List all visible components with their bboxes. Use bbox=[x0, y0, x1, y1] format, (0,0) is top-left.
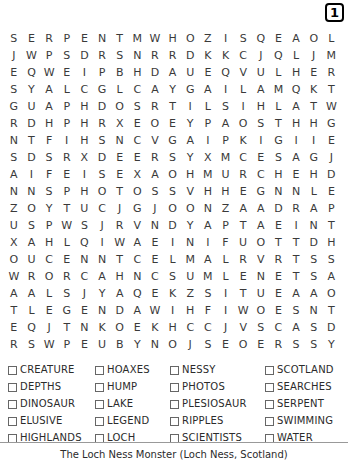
grid-cell-r19-c7: B bbox=[111, 336, 129, 353]
grid-cell-r5-c16: L bbox=[270, 98, 288, 115]
grid-cell-r7-c8: C bbox=[128, 132, 146, 149]
grid-cell-r4-c19: T bbox=[323, 81, 341, 98]
grid-cell-r8-c14: C bbox=[234, 149, 252, 166]
grid-cell-r2-c10: R bbox=[164, 47, 182, 64]
word-item: SWIMMING bbox=[265, 412, 348, 429]
grid-cell-r6-c12: P bbox=[199, 115, 217, 132]
grid-cell-r19-c14: O bbox=[234, 336, 252, 353]
grid-cell-r19-c8: Y bbox=[128, 336, 146, 353]
grid-cell-r17-c11: H bbox=[181, 302, 199, 319]
grid-cell-r13-c13: F bbox=[217, 234, 235, 251]
grid-cell-r9-c4: E bbox=[58, 166, 76, 183]
grid-cell-r14-c10: L bbox=[164, 251, 182, 268]
word-item: LOCH bbox=[95, 429, 170, 446]
grid-cell-r16-c18: A bbox=[305, 285, 323, 302]
word-checkbox[interactable] bbox=[95, 417, 104, 426]
grid-cell-r12-c18: N bbox=[305, 217, 323, 234]
grid-cell-r5-c14: I bbox=[234, 98, 252, 115]
word-checkbox[interactable] bbox=[95, 383, 104, 392]
grid-cell-r1-c1: S bbox=[5, 30, 23, 47]
grid-cell-r19-c1: R bbox=[5, 336, 23, 353]
grid-cell-r12-c5: S bbox=[76, 217, 94, 234]
grid-cell-r8-c19: J bbox=[323, 149, 341, 166]
word-label: PLESIOSAUR bbox=[182, 398, 247, 409]
grid-cell-r5-c18: T bbox=[305, 98, 323, 115]
word-item: SCIENTISTS bbox=[170, 429, 265, 446]
grid-cell-r15-c17: T bbox=[287, 268, 305, 285]
grid-cell-r19-c4: P bbox=[58, 336, 76, 353]
word-checkbox[interactable] bbox=[95, 400, 104, 409]
grid-cell-r14-c17: T bbox=[287, 251, 305, 268]
separator-line bbox=[0, 442, 348, 443]
grid-cell-r13-c17: T bbox=[287, 234, 305, 251]
grid-cell-r11-c6: C bbox=[93, 200, 111, 217]
grid-cell-r7-c18: I bbox=[305, 132, 323, 149]
grid-cell-r12-c3: P bbox=[40, 217, 58, 234]
grid-cell-r12-c15: A bbox=[252, 217, 270, 234]
word-item: ELUSIVE bbox=[8, 412, 95, 429]
grid-cell-r9-c7: E bbox=[111, 166, 129, 183]
grid-cell-r12-c10: D bbox=[164, 217, 182, 234]
grid-cell-r6-c4: P bbox=[58, 115, 76, 132]
grid-cell-r17-c17: S bbox=[287, 302, 305, 319]
grid-cell-r13-c5: Q bbox=[76, 234, 94, 251]
word-checkbox[interactable] bbox=[265, 400, 274, 409]
grid-cell-r12-c9: N bbox=[146, 217, 164, 234]
grid-cell-r19-c6: U bbox=[93, 336, 111, 353]
grid-cell-r10-c15: G bbox=[252, 183, 270, 200]
grid-cell-r6-c1: R bbox=[5, 115, 23, 132]
grid-cell-r3-c6: P bbox=[93, 64, 111, 81]
grid-cell-r16-c16: E bbox=[270, 285, 288, 302]
grid-cell-r5-c12: L bbox=[199, 98, 217, 115]
grid-cell-r18-c15: S bbox=[252, 319, 270, 336]
word-checkbox[interactable] bbox=[8, 400, 17, 409]
grid-cell-r1-c11: O bbox=[181, 30, 199, 47]
grid-cell-r16-c19: O bbox=[323, 285, 341, 302]
grid-cell-r11-c3: Y bbox=[40, 200, 58, 217]
grid-cell-r13-c12: I bbox=[199, 234, 217, 251]
grid-cell-r8-c18: G bbox=[305, 149, 323, 166]
grid-cell-r7-c6: S bbox=[93, 132, 111, 149]
grid-cell-r2-c9: R bbox=[146, 47, 164, 64]
grid-cell-r14-c6: N bbox=[93, 251, 111, 268]
grid-cell-r13-c7: W bbox=[111, 234, 129, 251]
grid-cell-r12-c7: R bbox=[111, 217, 129, 234]
puzzle-title: The Loch Ness Monster (Loch Ness, Scotla… bbox=[0, 449, 348, 460]
word-checkbox[interactable] bbox=[8, 417, 17, 426]
grid-cell-r19-c11: J bbox=[181, 336, 199, 353]
word-checkbox[interactable] bbox=[170, 383, 179, 392]
word-column: HOAXESHUMPLAKELEGENDLOCH bbox=[95, 361, 170, 446]
grid-cell-r12-c13: P bbox=[217, 217, 235, 234]
grid-cell-r16-c13: I bbox=[217, 285, 235, 302]
grid-cell-r1-c9: W bbox=[146, 30, 164, 47]
grid-cell-r13-c6: I bbox=[93, 234, 111, 251]
grid-cell-r19-c13: E bbox=[217, 336, 235, 353]
grid-cell-r2-c11: D bbox=[181, 47, 199, 64]
grid-cell-r15-c3: O bbox=[40, 268, 58, 285]
grid-cell-r4-c9: A bbox=[146, 81, 164, 98]
grid-cell-r7-c2: T bbox=[23, 132, 41, 149]
grid-cell-r8-c1: S bbox=[5, 149, 23, 166]
word-item: LAKE bbox=[95, 395, 170, 412]
grid-cell-r8-c10: S bbox=[164, 149, 182, 166]
grid-cell-r15-c15: N bbox=[252, 268, 270, 285]
grid-cell-r2-c8: N bbox=[128, 47, 146, 64]
grid-cell-r10-c2: N bbox=[23, 183, 41, 200]
grid-cell-r18-c8: E bbox=[128, 319, 146, 336]
grid-cell-r1-c10: H bbox=[164, 30, 182, 47]
grid-cell-r6-c13: A bbox=[217, 115, 235, 132]
word-label: DINOSAUR bbox=[20, 398, 75, 409]
grid-cell-r3-c5: I bbox=[76, 64, 94, 81]
word-checkbox[interactable] bbox=[8, 366, 17, 375]
grid-cell-r16-c6: Y bbox=[93, 285, 111, 302]
grid-cell-r1-c16: E bbox=[270, 30, 288, 47]
grid-cell-r9-c18: H bbox=[305, 166, 323, 183]
grid-cell-r15-c2: R bbox=[23, 268, 41, 285]
grid-cell-r7-c9: V bbox=[146, 132, 164, 149]
grid-cell-r5-c5: H bbox=[76, 98, 94, 115]
grid-cell-r9-c19: D bbox=[323, 166, 341, 183]
grid-cell-r13-c8: A bbox=[128, 234, 146, 251]
grid-cell-r13-c18: D bbox=[305, 234, 323, 251]
grid-cell-r19-c10: O bbox=[164, 336, 182, 353]
grid-cell-r13-c2: A bbox=[23, 234, 41, 251]
grid-cell-r6-c19: G bbox=[323, 115, 341, 132]
grid-cell-r18-c3: J bbox=[40, 319, 58, 336]
grid-cell-r4-c11: G bbox=[181, 81, 199, 98]
grid-cell-r19-c17: S bbox=[287, 336, 305, 353]
grid-cell-r1-c4: P bbox=[58, 30, 76, 47]
grid-cell-r18-c16: C bbox=[270, 319, 288, 336]
grid-cell-r14-c9: E bbox=[146, 251, 164, 268]
grid-cell-r17-c15: O bbox=[252, 302, 270, 319]
grid-cell-r14-c19: S bbox=[323, 251, 341, 268]
grid-cell-r18-c18: S bbox=[305, 319, 323, 336]
grid-cell-r12-c6: J bbox=[93, 217, 111, 234]
grid-cell-r17-c16: E bbox=[270, 302, 288, 319]
grid-cell-r10-c8: O bbox=[128, 183, 146, 200]
grid-cell-r17-c18: N bbox=[305, 302, 323, 319]
grid-cell-r4-c18: K bbox=[305, 81, 323, 98]
grid-cell-r14-c7: T bbox=[111, 251, 129, 268]
grid-cell-r8-c17: A bbox=[287, 149, 305, 166]
grid-cell-r4-c14: L bbox=[234, 81, 252, 98]
grid-cell-r17-c13: I bbox=[217, 302, 235, 319]
grid-cell-r11-c14: A bbox=[234, 200, 252, 217]
grid-cell-r10-c1: N bbox=[5, 183, 23, 200]
word-item: SERPENT bbox=[265, 395, 348, 412]
grid-cell-r7-c12: I bbox=[199, 132, 217, 149]
grid-cell-r3-c14: V bbox=[234, 64, 252, 81]
grid-cell-r18-c6: K bbox=[93, 319, 111, 336]
grid-cell-r7-c14: K bbox=[234, 132, 252, 149]
grid-cell-r19-c2: S bbox=[23, 336, 41, 353]
grid-cell-r6-c16: T bbox=[270, 115, 288, 132]
grid-cell-r2-c6: R bbox=[93, 47, 111, 64]
grid-cell-r17-c10: I bbox=[164, 302, 182, 319]
grid-cell-r5-c2: U bbox=[23, 98, 41, 115]
word-label: RIPPLES bbox=[182, 415, 224, 426]
word-label: DEPTHS bbox=[20, 381, 61, 392]
grid-cell-r2-c5: D bbox=[76, 47, 94, 64]
grid-cell-r16-c15: U bbox=[252, 285, 270, 302]
grid-cell-r13-c14: U bbox=[234, 234, 252, 251]
grid-cell-r2-c13: K bbox=[217, 47, 235, 64]
grid-cell-r13-c3: H bbox=[40, 234, 58, 251]
word-item: DEPTHS bbox=[8, 378, 95, 395]
grid-cell-r8-c2: D bbox=[23, 149, 41, 166]
grid-cell-r15-c19: A bbox=[323, 268, 341, 285]
grid-cell-r17-c8: A bbox=[128, 302, 146, 319]
grid-cell-r3-c7: B bbox=[111, 64, 129, 81]
grid-cell-r17-c5: E bbox=[76, 302, 94, 319]
grid-cell-r16-c17: A bbox=[287, 285, 305, 302]
grid-cell-r6-c10: E bbox=[164, 115, 182, 132]
grid-cell-r4-c17: Q bbox=[287, 81, 305, 98]
grid-cell-r15-c13: L bbox=[217, 268, 235, 285]
grid-cell-r15-c5: C bbox=[76, 268, 94, 285]
word-item: RIPPLES bbox=[170, 412, 265, 429]
grid-cell-r5-c19: W bbox=[323, 98, 341, 115]
grid-cell-r12-c14: T bbox=[234, 217, 252, 234]
word-checkbox[interactable] bbox=[170, 366, 179, 375]
grid-cell-r19-c15: E bbox=[252, 336, 270, 353]
word-item: HUMP bbox=[95, 378, 170, 395]
grid-cell-r19-c12: S bbox=[199, 336, 217, 353]
grid-cell-r3-c11: U bbox=[181, 64, 199, 81]
grid-cell-r18-c5: N bbox=[76, 319, 94, 336]
grid-cell-r10-c4: P bbox=[58, 183, 76, 200]
grid-cell-r6-c3: H bbox=[40, 115, 58, 132]
grid-cell-r7-c19: E bbox=[323, 132, 341, 149]
grid-cell-r7-c17: I bbox=[287, 132, 305, 149]
word-item: PLESIOSAUR bbox=[170, 395, 265, 412]
grid-cell-r17-c19: T bbox=[323, 302, 341, 319]
grid-cell-r4-c6: G bbox=[93, 81, 111, 98]
grid-cell-r13-c16: T bbox=[270, 234, 288, 251]
grid-cell-r12-c17: I bbox=[287, 217, 305, 234]
grid-cell-r6-c7: X bbox=[111, 115, 129, 132]
grid-cell-r2-c7: S bbox=[111, 47, 129, 64]
grid-cell-r7-c10: G bbox=[164, 132, 182, 149]
grid-cell-r13-c9: E bbox=[146, 234, 164, 251]
grid-cell-r1-c7: T bbox=[111, 30, 129, 47]
grid-cell-r3-c2: Q bbox=[23, 64, 41, 81]
word-checkbox[interactable] bbox=[8, 383, 17, 392]
grid-cell-r16-c9: E bbox=[146, 285, 164, 302]
grid-cell-r4-c8: C bbox=[128, 81, 146, 98]
grid-cell-r8-c5: X bbox=[76, 149, 94, 166]
grid-cell-r18-c11: C bbox=[181, 319, 199, 336]
grid-cell-r8-c11: Y bbox=[181, 149, 199, 166]
grid-cell-r16-c2: A bbox=[23, 285, 41, 302]
grid-cell-r6-c11: Y bbox=[181, 115, 199, 132]
grid-cell-r12-c19: T bbox=[323, 217, 341, 234]
grid-cell-r10-c13: H bbox=[217, 183, 235, 200]
grid-cell-r2-c16: Q bbox=[270, 47, 288, 64]
grid-cell-r11-c7: J bbox=[111, 200, 129, 217]
grid-cell-r9-c3: F bbox=[40, 166, 58, 183]
grid-cell-r8-c16: S bbox=[270, 149, 288, 166]
word-item: SEARCHES bbox=[265, 378, 348, 395]
grid-cell-r12-c8: V bbox=[128, 217, 146, 234]
grid-cell-r19-c9: N bbox=[146, 336, 164, 353]
grid-cell-r8-c7: E bbox=[111, 149, 129, 166]
grid-cell-r12-c1: U bbox=[5, 217, 23, 234]
grid-cell-r8-c6: D bbox=[93, 149, 111, 166]
word-item: CREATURE bbox=[8, 361, 95, 378]
grid-cell-r5-c13: S bbox=[217, 98, 235, 115]
grid-cell-r3-c9: D bbox=[146, 64, 164, 81]
grid-cell-r2-c12: K bbox=[199, 47, 217, 64]
grid-cell-r17-c14: W bbox=[234, 302, 252, 319]
grid-cell-r11-c19: P bbox=[323, 200, 341, 217]
grid-cell-r10-c7: T bbox=[111, 183, 129, 200]
grid-cell-r2-c1: J bbox=[5, 47, 23, 64]
word-checkbox[interactable] bbox=[95, 366, 104, 375]
grid-cell-r15-c10: S bbox=[164, 268, 182, 285]
grid-cell-r6-c18: H bbox=[305, 115, 323, 132]
grid-cell-r2-c4: S bbox=[58, 47, 76, 64]
grid-cell-r14-c16: R bbox=[270, 251, 288, 268]
grid-cell-r8-c12: X bbox=[199, 149, 217, 166]
grid-cell-r8-c3: S bbox=[40, 149, 58, 166]
grid-cell-r12-c11: Y bbox=[181, 217, 199, 234]
grid-cell-r4-c15: A bbox=[252, 81, 270, 98]
grid-cell-r7-c5: H bbox=[76, 132, 94, 149]
grid-cell-r2-c2: W bbox=[23, 47, 41, 64]
grid-cell-r18-c1: E bbox=[5, 319, 23, 336]
word-label: PHOTOS bbox=[182, 381, 225, 392]
grid-cell-r4-c13: I bbox=[217, 81, 235, 98]
grid-cell-r17-c9: W bbox=[146, 302, 164, 319]
grid-cell-r17-c12: F bbox=[199, 302, 217, 319]
grid-cell-r3-c13: Q bbox=[217, 64, 235, 81]
word-label: HUMP bbox=[107, 381, 137, 392]
grid-cell-r1-c5: E bbox=[76, 30, 94, 47]
word-checkbox[interactable] bbox=[265, 417, 274, 426]
word-checkbox[interactable] bbox=[170, 417, 179, 426]
grid-cell-r15-c14: E bbox=[234, 268, 252, 285]
grid-cell-r10-c5: H bbox=[76, 183, 94, 200]
grid-cell-r1-c18: O bbox=[305, 30, 323, 47]
grid-cell-r15-c4: R bbox=[58, 268, 76, 285]
word-column: NESSYPHOTOSPLESIOSAURRIPPLESSCIENTISTS bbox=[170, 361, 265, 446]
grid-cell-r17-c6: N bbox=[93, 302, 111, 319]
grid-cell-r16-c12: S bbox=[199, 285, 217, 302]
grid-cell-r1-c6: N bbox=[93, 30, 111, 47]
grid-cell-r18-c4: T bbox=[58, 319, 76, 336]
word-label: SWIMMING bbox=[277, 415, 333, 426]
grid-cell-r11-c16: D bbox=[270, 200, 288, 217]
grid-cell-r9-c6: S bbox=[93, 166, 111, 183]
grid-cell-r13-c19: H bbox=[323, 234, 341, 251]
grid-cell-r9-c12: M bbox=[199, 166, 217, 183]
grid-cell-r3-c1: E bbox=[5, 64, 23, 81]
grid-cell-r15-c16: E bbox=[270, 268, 288, 285]
grid-cell-r16-c3: L bbox=[40, 285, 58, 302]
grid-cell-r11-c4: T bbox=[58, 200, 76, 217]
grid-cell-r9-c10: O bbox=[164, 166, 182, 183]
grid-cell-r8-c4: R bbox=[58, 149, 76, 166]
grid-cell-r9-c13: U bbox=[217, 166, 235, 183]
grid-cell-r11-c11: O bbox=[181, 200, 199, 217]
grid-cell-r1-c17: A bbox=[287, 30, 305, 47]
grid-cell-r1-c3: R bbox=[40, 30, 58, 47]
grid-cell-r1-c2: E bbox=[23, 30, 41, 47]
grid-cell-r11-c18: A bbox=[305, 200, 323, 217]
puzzle-page: 1 SERPENTMWHOZISQEAOLJWPSDRSNRRDKKCJQLJM… bbox=[0, 0, 348, 465]
grid-cell-r2-c18: J bbox=[305, 47, 323, 64]
grid-cell-r16-c11: Z bbox=[181, 285, 199, 302]
word-list: CREATUREDEPTHSDINOSAURELUSIVEHIGHLANDS H… bbox=[8, 361, 348, 446]
grid-cell-r11-c5: U bbox=[76, 200, 94, 217]
page-number: 1 bbox=[330, 5, 339, 20]
grid-cell-r7-c4: I bbox=[58, 132, 76, 149]
grid-cell-r6-c9: O bbox=[146, 115, 164, 132]
word-item: NESSY bbox=[170, 361, 265, 378]
grid-cell-r18-c17: A bbox=[287, 319, 305, 336]
word-checkbox[interactable] bbox=[265, 366, 274, 375]
grid-cell-r6-c14: O bbox=[234, 115, 252, 132]
grid-cell-r18-c2: Q bbox=[23, 319, 41, 336]
grid-cell-r19-c3: W bbox=[40, 336, 58, 353]
grid-cell-r17-c3: E bbox=[40, 302, 58, 319]
grid-cell-r3-c12: E bbox=[199, 64, 217, 81]
grid-cell-r15-c9: C bbox=[146, 268, 164, 285]
grid-cell-r4-c1: S bbox=[5, 81, 23, 98]
grid-cell-r19-c16: R bbox=[270, 336, 288, 353]
grid-cell-r3-c10: A bbox=[164, 64, 182, 81]
grid-cell-r15-c11: U bbox=[181, 268, 199, 285]
grid-cell-r5-c11: I bbox=[181, 98, 199, 115]
grid-cell-r10-c14: E bbox=[234, 183, 252, 200]
word-label: SCOTLAND bbox=[277, 364, 334, 375]
grid-cell-r10-c3: S bbox=[40, 183, 58, 200]
grid-cell-r14-c1: O bbox=[5, 251, 23, 268]
word-checkbox[interactable] bbox=[265, 383, 274, 392]
grid-cell-r15-c12: M bbox=[199, 268, 217, 285]
grid-cell-r5-c1: G bbox=[5, 98, 23, 115]
grid-cell-r11-c2: O bbox=[23, 200, 41, 217]
grid-cell-r11-c1: Z bbox=[5, 200, 23, 217]
grid-cell-r8-c13: M bbox=[217, 149, 235, 166]
grid-cell-r18-c9: K bbox=[146, 319, 164, 336]
grid-cell-r7-c1: N bbox=[5, 132, 23, 149]
grid-cell-r12-c4: W bbox=[58, 217, 76, 234]
grid-cell-r10-c10: S bbox=[164, 183, 182, 200]
grid-cell-r16-c7: A bbox=[111, 285, 129, 302]
grid-cell-r15-c18: S bbox=[305, 268, 323, 285]
grid-cell-r4-c12: A bbox=[199, 81, 217, 98]
word-checkbox[interactable] bbox=[170, 400, 179, 409]
grid-cell-r7-c15: I bbox=[252, 132, 270, 149]
word-item: WATER bbox=[265, 429, 348, 446]
grid-cell-r10-c16: N bbox=[270, 183, 288, 200]
grid-cell-r11-c9: J bbox=[146, 200, 164, 217]
grid-cell-r18-c12: C bbox=[199, 319, 217, 336]
grid-cell-r11-c13: Z bbox=[217, 200, 235, 217]
grid-cell-r6-c6: R bbox=[93, 115, 111, 132]
grid-cell-r14-c4: E bbox=[58, 251, 76, 268]
grid-cell-r14-c15: V bbox=[252, 251, 270, 268]
grid-cell-r1-c19: L bbox=[323, 30, 341, 47]
word-label: SERPENT bbox=[277, 398, 324, 409]
grid-cell-r4-c3: A bbox=[40, 81, 58, 98]
